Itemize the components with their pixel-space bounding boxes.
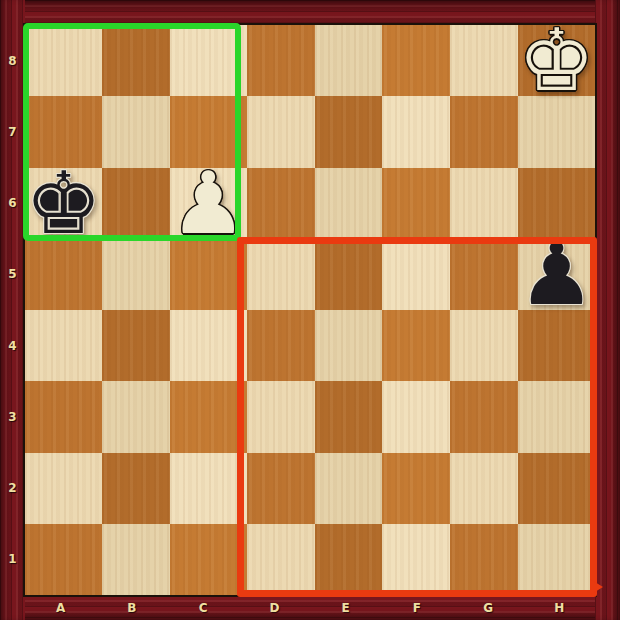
square-a6[interactable]: ♚ bbox=[25, 168, 102, 239]
square-c3[interactable] bbox=[170, 381, 247, 452]
square-b1[interactable] bbox=[102, 524, 170, 595]
rank-label-8: 8 bbox=[0, 25, 25, 96]
rank-label-7: 7 bbox=[0, 96, 25, 167]
square-e5[interactable] bbox=[315, 239, 383, 310]
rank-label-5: 5 bbox=[0, 239, 25, 310]
square-g6[interactable] bbox=[450, 168, 518, 239]
square-b5[interactable] bbox=[102, 239, 170, 310]
file-label-d: D bbox=[239, 595, 310, 620]
rank-label-6: 6 bbox=[0, 168, 25, 239]
square-e1[interactable] bbox=[315, 524, 383, 595]
square-f8[interactable] bbox=[382, 25, 450, 96]
square-c1[interactable] bbox=[170, 524, 247, 595]
square-e3[interactable] bbox=[315, 381, 383, 452]
square-g2[interactable] bbox=[450, 453, 518, 524]
square-b6[interactable] bbox=[102, 168, 170, 239]
square-h8[interactable]: ♚ bbox=[518, 25, 595, 96]
white-king[interactable]: ♚ bbox=[518, 25, 595, 96]
square-g5[interactable] bbox=[450, 239, 518, 310]
square-e4[interactable] bbox=[315, 310, 383, 381]
square-f7[interactable] bbox=[382, 96, 450, 167]
rank-label-2: 2 bbox=[0, 453, 25, 524]
file-label-a: A bbox=[25, 595, 96, 620]
white-pawn[interactable]: ♟ bbox=[170, 168, 247, 239]
square-b3[interactable] bbox=[102, 381, 170, 452]
square-g1[interactable] bbox=[450, 524, 518, 595]
square-h5[interactable]: ♟ bbox=[518, 239, 595, 310]
square-h1[interactable] bbox=[518, 524, 595, 595]
file-label-h: H bbox=[524, 595, 595, 620]
chess-app-window: 87654321 ABCDEFGH ♚♚♟♟ bbox=[0, 0, 620, 620]
frame-right bbox=[595, 0, 620, 620]
square-d8[interactable] bbox=[247, 25, 315, 96]
square-a8[interactable] bbox=[25, 25, 102, 96]
square-b4[interactable] bbox=[102, 310, 170, 381]
square-c4[interactable] bbox=[170, 310, 247, 381]
square-a1[interactable] bbox=[25, 524, 102, 595]
chess-board[interactable]: ♚♚♟♟ bbox=[25, 25, 595, 595]
square-e8[interactable] bbox=[315, 25, 383, 96]
square-b7[interactable] bbox=[102, 96, 170, 167]
square-f6[interactable] bbox=[382, 168, 450, 239]
square-b2[interactable] bbox=[102, 453, 170, 524]
file-label-c: C bbox=[168, 595, 239, 620]
square-d4[interactable] bbox=[247, 310, 315, 381]
square-d3[interactable] bbox=[247, 381, 315, 452]
square-h3[interactable] bbox=[518, 381, 595, 452]
rank-labels: 87654321 bbox=[0, 25, 25, 595]
square-f1[interactable] bbox=[382, 524, 450, 595]
square-g4[interactable] bbox=[450, 310, 518, 381]
black-pawn[interactable]: ♟ bbox=[518, 239, 595, 310]
square-d2[interactable] bbox=[247, 453, 315, 524]
square-f3[interactable] bbox=[382, 381, 450, 452]
square-c2[interactable] bbox=[170, 453, 247, 524]
square-a3[interactable] bbox=[25, 381, 102, 452]
square-h2[interactable] bbox=[518, 453, 595, 524]
square-c8[interactable] bbox=[170, 25, 247, 96]
square-e2[interactable] bbox=[315, 453, 383, 524]
square-g7[interactable] bbox=[450, 96, 518, 167]
file-label-e: E bbox=[310, 595, 381, 620]
square-g8[interactable] bbox=[450, 25, 518, 96]
square-e6[interactable] bbox=[315, 168, 383, 239]
square-f5[interactable] bbox=[382, 239, 450, 310]
file-label-g: G bbox=[453, 595, 524, 620]
square-g3[interactable] bbox=[450, 381, 518, 452]
rank-label-1: 1 bbox=[0, 524, 25, 595]
square-d1[interactable] bbox=[247, 524, 315, 595]
rank-label-4: 4 bbox=[0, 310, 25, 381]
file-label-b: B bbox=[96, 595, 167, 620]
square-c6[interactable]: ♟ bbox=[170, 168, 247, 239]
square-f2[interactable] bbox=[382, 453, 450, 524]
square-b8[interactable] bbox=[102, 25, 170, 96]
black-king[interactable]: ♚ bbox=[25, 168, 102, 239]
square-d6[interactable] bbox=[247, 168, 315, 239]
file-label-f: F bbox=[381, 595, 452, 620]
rank-label-3: 3 bbox=[0, 381, 25, 452]
file-labels: ABCDEFGH bbox=[25, 595, 595, 620]
square-d7[interactable] bbox=[247, 96, 315, 167]
square-e7[interactable] bbox=[315, 96, 383, 167]
square-a2[interactable] bbox=[25, 453, 102, 524]
square-a4[interactable] bbox=[25, 310, 102, 381]
square-f4[interactable] bbox=[382, 310, 450, 381]
square-d5[interactable] bbox=[247, 239, 315, 310]
